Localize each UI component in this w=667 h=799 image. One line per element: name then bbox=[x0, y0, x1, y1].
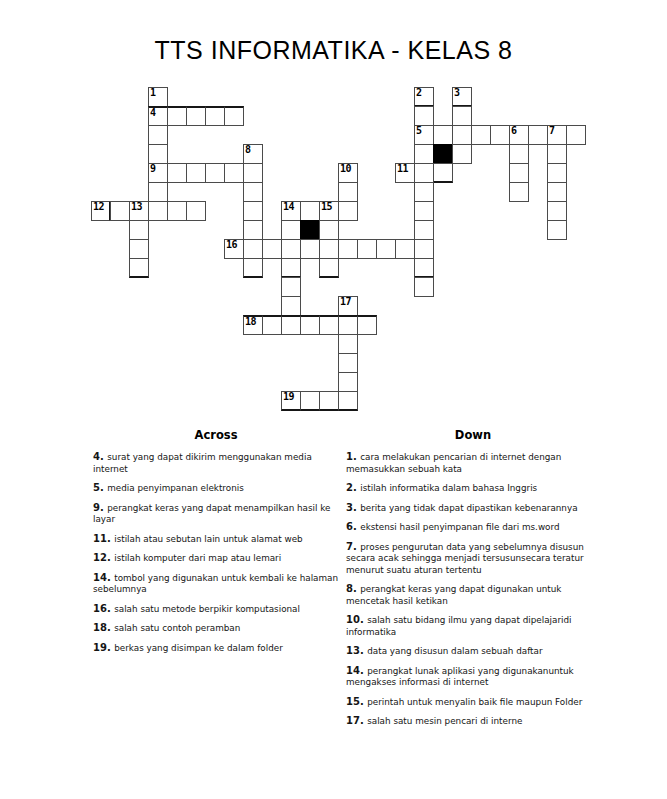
grid-cell-r7c12[interactable] bbox=[319, 220, 339, 240]
grid-cell-r8c17[interactable] bbox=[414, 239, 434, 259]
grid-cell-r0c17[interactable]: 2 bbox=[414, 87, 434, 107]
grid-cell-r0c19[interactable]: 3 bbox=[452, 87, 472, 107]
grid-cell-r6c5[interactable] bbox=[186, 201, 206, 221]
clue-across-19: 19. berkas yang disimpan ke dalam folder bbox=[93, 642, 339, 655]
grid-cell-r11c13[interactable]: 17 bbox=[338, 296, 358, 316]
grid-cell-r1c3[interactable]: 4 bbox=[148, 106, 168, 126]
grid-cell-r3c17[interactable] bbox=[414, 144, 434, 164]
grid-cell-r7c17[interactable] bbox=[414, 220, 434, 240]
grid-cell-r3c3[interactable] bbox=[148, 144, 168, 164]
grid-cell-r2c20[interactable] bbox=[471, 125, 491, 145]
clue-across-18: 18. salah satu contoh peramban bbox=[93, 622, 339, 635]
grid-cell-r6c3[interactable] bbox=[148, 201, 168, 221]
grid-cell-r16c10[interactable]: 19 bbox=[281, 391, 301, 411]
blocked-cell bbox=[433, 144, 453, 164]
clue-number: 1 bbox=[150, 88, 156, 98]
clue-down-17: 17. salah satu mesin pencari di interne bbox=[346, 715, 600, 728]
clue-number: 16 bbox=[226, 240, 237, 250]
clue-number: 10 bbox=[340, 164, 351, 174]
grid-cell-r4c16[interactable]: 11 bbox=[395, 163, 415, 183]
grid-cell-r4c17[interactable] bbox=[414, 163, 434, 183]
clue-number: 4 bbox=[150, 108, 156, 118]
grid-cell-r2c17[interactable]: 5 bbox=[414, 125, 434, 145]
grid-cell-r8c8[interactable] bbox=[243, 239, 263, 259]
down-clue-list: 1. cara melakukan pencarian di internet … bbox=[346, 451, 600, 728]
clue-number: 11 bbox=[397, 164, 408, 174]
clue-number: 18 bbox=[245, 317, 256, 327]
grid-cell-r10c17[interactable] bbox=[414, 277, 434, 297]
grid-cell-r8c12[interactable] bbox=[319, 239, 339, 259]
grid-cell-r9c2[interactable] bbox=[129, 258, 149, 278]
clue-number: 5 bbox=[416, 126, 422, 136]
clue-down-8: 8. perangkat keras yang dapat digunakan … bbox=[346, 583, 600, 607]
across-header: Across bbox=[93, 428, 339, 442]
grid-cell-r7c24[interactable] bbox=[547, 220, 567, 240]
grid-cell-r3c22[interactable] bbox=[509, 144, 529, 164]
clue-down-2: 2. istilah informatika dalam bahasa Ingg… bbox=[346, 482, 600, 495]
clue-number: 6 bbox=[511, 126, 517, 136]
grid-cell-r4c4[interactable] bbox=[167, 163, 187, 183]
grid-cell-r2c19[interactable] bbox=[452, 125, 472, 145]
grid-cell-r12c8[interactable]: 18 bbox=[243, 315, 263, 335]
clue-number: 17 bbox=[340, 297, 351, 307]
grid-cell-r12c14[interactable] bbox=[357, 315, 377, 335]
grid-cell-r5c13[interactable] bbox=[338, 182, 358, 202]
grid-cell-r8c15[interactable] bbox=[376, 239, 396, 259]
page-title: TTS INFORMATIKA - KELAS 8 bbox=[0, 36, 667, 65]
grid-cell-r6c4[interactable] bbox=[167, 201, 187, 221]
grid-cell-r2c22[interactable]: 6 bbox=[509, 125, 529, 145]
grid-cell-r4c13[interactable]: 10 bbox=[338, 163, 358, 183]
grid-cell-r16c13[interactable] bbox=[338, 391, 358, 411]
grid-cell-r1c19[interactable] bbox=[452, 106, 472, 126]
clue-across-4: 4. surat yang dapat dikirim menggunakan … bbox=[93, 451, 339, 475]
grid-cell-r11c10[interactable] bbox=[281, 296, 301, 316]
grid-cell-r5c17[interactable] bbox=[414, 182, 434, 202]
grid-cell-r12c13[interactable] bbox=[338, 315, 358, 335]
grid-cell-r3c19[interactable] bbox=[452, 144, 472, 164]
grid-cell-r7c10[interactable] bbox=[281, 220, 301, 240]
grid-cell-r16c12[interactable] bbox=[319, 391, 339, 411]
blocked-cell bbox=[300, 220, 320, 240]
across-clue-list: 4. surat yang dapat dikirim menggunakan … bbox=[93, 451, 339, 654]
clue-down-1: 1. cara melakukan pencarian di internet … bbox=[346, 451, 600, 475]
clue-number: 7 bbox=[549, 126, 555, 136]
crossword-page: { "title": "TTS INFORMATIKA - KELAS 8", … bbox=[0, 0, 667, 799]
clue-down-13: 13. data yang disusun dalam sebuah dafta… bbox=[346, 645, 600, 658]
clue-down-7: 7. proses pengurutan data yang sebelumny… bbox=[346, 541, 600, 577]
clue-number: 14 bbox=[283, 202, 294, 212]
grid-cell-r4c6[interactable] bbox=[205, 163, 225, 183]
grid-cell-r7c8[interactable] bbox=[243, 220, 263, 240]
grid-cell-r16c11[interactable] bbox=[300, 391, 320, 411]
grid-cell-r1c4[interactable] bbox=[167, 106, 187, 126]
clue-number: 8 bbox=[245, 145, 251, 155]
clue-down-3: 3. berita yang tidak dapat dipastikan ke… bbox=[346, 502, 600, 515]
grid-cell-r2c24[interactable]: 7 bbox=[547, 125, 567, 145]
grid-cell-r8c11[interactable] bbox=[300, 239, 320, 259]
grid-cell-r9c8[interactable] bbox=[243, 258, 263, 278]
grid-cell-r12c9[interactable] bbox=[262, 315, 282, 335]
clue-down-14: 14. perangkat lunak aplikasi yang diguna… bbox=[346, 665, 600, 689]
grid-cell-r4c8[interactable] bbox=[243, 163, 263, 183]
grid-cell-r8c7[interactable]: 16 bbox=[224, 239, 244, 259]
grid-cell-r6c24[interactable] bbox=[547, 201, 567, 221]
clue-number: 9 bbox=[150, 164, 156, 174]
grid-cell-r5c22[interactable] bbox=[509, 182, 529, 202]
down-header: Down bbox=[346, 428, 600, 442]
grid-cell-r4c3[interactable]: 9 bbox=[148, 163, 168, 183]
clue-number: 12 bbox=[93, 202, 104, 212]
clue-across-5: 5. media penyimpanan elektronis bbox=[93, 482, 339, 495]
clue-number: 15 bbox=[321, 202, 332, 212]
clue-number: 19 bbox=[283, 392, 294, 402]
grid-cell-r10c10[interactable] bbox=[281, 277, 301, 297]
grid-cell-r9c10[interactable] bbox=[281, 258, 301, 278]
clue-across-12: 12. istilah komputer dari map atau lemar… bbox=[93, 552, 339, 565]
grid-cell-r12c10[interactable] bbox=[281, 315, 301, 335]
grid-cell-r2c18[interactable] bbox=[433, 125, 453, 145]
crossword-grid[interactable]: 12345678910111213141516171819 bbox=[91, 87, 588, 413]
grid-cell-r9c17[interactable] bbox=[414, 258, 434, 278]
grid-cell-r1c5[interactable] bbox=[186, 106, 206, 126]
grid-cell-r5c3[interactable] bbox=[148, 182, 168, 202]
clue-across-11: 11. istilah atau sebutan lain untuk alam… bbox=[93, 533, 339, 546]
grid-cell-r6c12[interactable]: 15 bbox=[319, 201, 339, 221]
grid-cell-r8c9[interactable] bbox=[262, 239, 282, 259]
grid-cell-r14c13[interactable] bbox=[338, 353, 358, 373]
clue-number: 2 bbox=[416, 88, 422, 98]
grid-cell-r4c7[interactable] bbox=[224, 163, 244, 183]
grid-cell-r1c7[interactable] bbox=[224, 106, 244, 126]
grid-cell-r12c12[interactable] bbox=[319, 315, 339, 335]
grid-cell-r1c6[interactable] bbox=[205, 106, 225, 126]
grid-cell-r6c1[interactable] bbox=[110, 201, 130, 221]
grid-cell-r4c24[interactable] bbox=[547, 163, 567, 183]
grid-cell-r6c11[interactable] bbox=[300, 201, 320, 221]
grid-cell-r15c13[interactable] bbox=[338, 372, 358, 392]
grid-cell-r2c21[interactable] bbox=[490, 125, 510, 145]
grid-cell-r6c2[interactable]: 13 bbox=[129, 201, 149, 221]
grid-cell-r6c10[interactable]: 14 bbox=[281, 201, 301, 221]
clue-number: 3 bbox=[454, 88, 460, 98]
grid-cell-r5c24[interactable] bbox=[547, 182, 567, 202]
clue-across-16: 16. salah satu metode berpikir komputasi… bbox=[93, 603, 339, 616]
grid-cell-r8c14[interactable] bbox=[357, 239, 377, 259]
clues-across-section: Across 4. surat yang dapat dikirim mengg… bbox=[93, 428, 339, 661]
grid-cell-r8c10[interactable] bbox=[281, 239, 301, 259]
grid-cell-r6c0[interactable]: 12 bbox=[91, 201, 111, 221]
grid-cell-r0c3[interactable]: 1 bbox=[148, 87, 168, 107]
grid-cell-r6c17[interactable] bbox=[414, 201, 434, 221]
grid-cell-r8c13[interactable] bbox=[338, 239, 358, 259]
clue-down-10: 10. salah satu bidang ilmu yang dapat di… bbox=[346, 614, 600, 638]
grid-cell-r9c12[interactable] bbox=[319, 258, 339, 278]
grid-cell-r13c13[interactable] bbox=[338, 334, 358, 354]
grid-cell-r3c24[interactable] bbox=[547, 144, 567, 164]
clue-across-9: 9. perangkat keras yang dapat menampilka… bbox=[93, 502, 339, 526]
grid-cell-r2c23[interactable] bbox=[528, 125, 548, 145]
clue-down-15: 15. perintah untuk menyalin baik file ma… bbox=[346, 696, 600, 709]
grid-cell-r8c16[interactable] bbox=[395, 239, 415, 259]
grid-cell-r6c8[interactable] bbox=[243, 201, 263, 221]
grid-cell-r2c3[interactable] bbox=[148, 125, 168, 145]
grid-cell-r4c18[interactable] bbox=[433, 163, 453, 183]
grid-cell-r2c25[interactable] bbox=[566, 125, 586, 145]
grid-cell-r5c8[interactable] bbox=[243, 182, 263, 202]
clue-number: 13 bbox=[131, 202, 142, 212]
grid-cell-r4c5[interactable] bbox=[186, 163, 206, 183]
clue-down-6: 6. ekstensi hasil penyimpanan file dari … bbox=[346, 521, 600, 534]
grid-cell-r8c2[interactable] bbox=[129, 239, 149, 259]
clue-across-14: 14. tombol yang digunakan untuk kembali … bbox=[93, 572, 339, 596]
grid-cell-r7c2[interactable] bbox=[129, 220, 149, 240]
grid-cell-r3c8[interactable]: 8 bbox=[243, 144, 263, 164]
grid-cell-r12c11[interactable] bbox=[300, 315, 320, 335]
grid-cell-r1c17[interactable] bbox=[414, 106, 434, 126]
grid-cell-r4c22[interactable] bbox=[509, 163, 529, 183]
clues-down-section: Down 1. cara melakukan pencarian di inte… bbox=[346, 428, 600, 735]
grid-cell-r6c13[interactable] bbox=[338, 201, 358, 221]
